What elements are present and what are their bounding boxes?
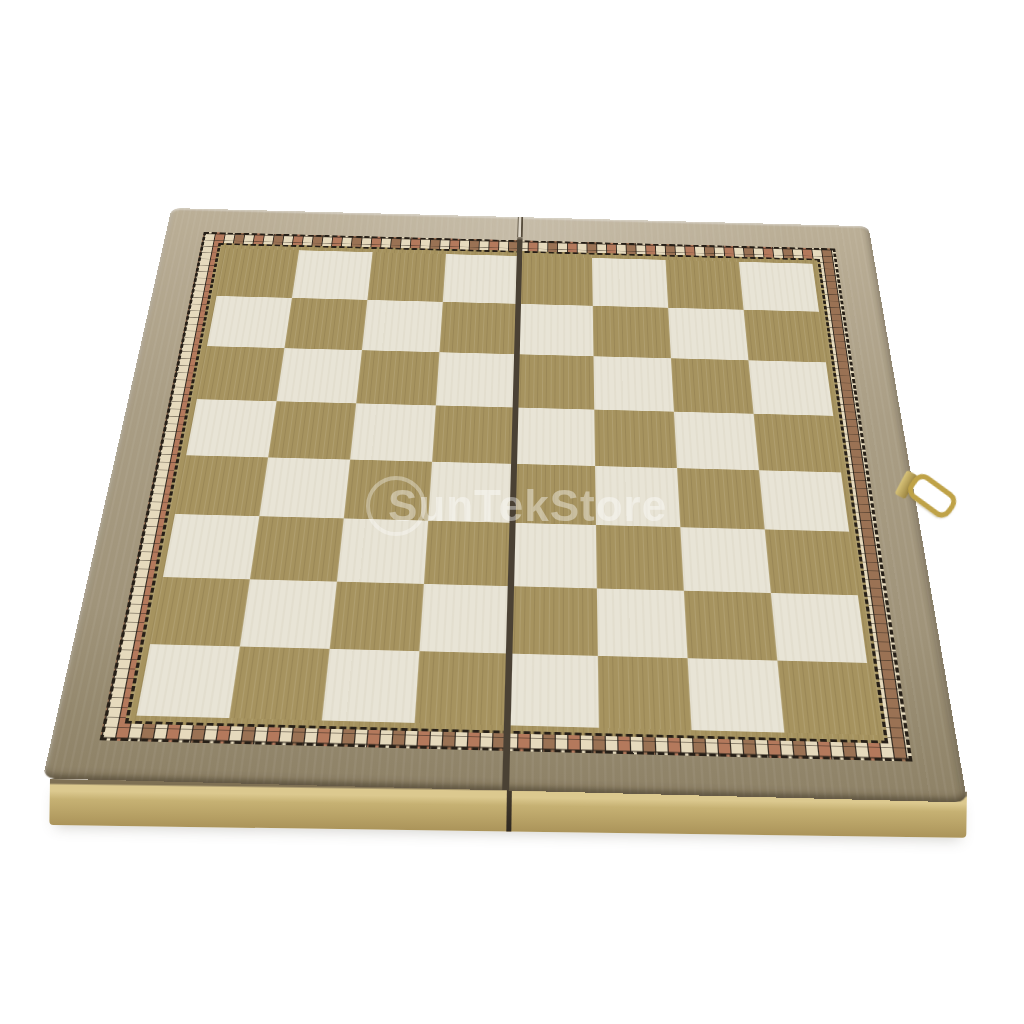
board-square — [322, 649, 419, 723]
board-square — [250, 516, 344, 581]
board-square — [593, 306, 671, 358]
board-square — [229, 647, 329, 721]
board-square — [677, 468, 765, 530]
board-square — [414, 651, 508, 725]
board-square — [175, 455, 268, 517]
board-square — [515, 354, 595, 409]
board-square — [596, 525, 684, 591]
board-square — [668, 308, 748, 360]
board-square — [516, 304, 593, 356]
board-square — [681, 528, 771, 594]
board-square — [595, 466, 680, 528]
board-square — [512, 464, 596, 526]
board-square — [343, 459, 431, 521]
board-square — [197, 346, 284, 401]
board-square — [509, 586, 599, 656]
board-square — [163, 514, 259, 579]
board-square — [356, 350, 439, 405]
board-square — [329, 582, 423, 651]
board-square — [671, 358, 754, 413]
board-square — [666, 260, 744, 310]
board-square — [739, 262, 819, 312]
board-square — [514, 407, 596, 465]
board-square — [240, 580, 337, 649]
board-square — [136, 644, 239, 718]
board-square — [754, 414, 841, 473]
board-square — [771, 593, 867, 663]
board-square — [674, 411, 759, 470]
board-square — [423, 521, 512, 586]
board-square — [777, 661, 876, 735]
board-square — [436, 352, 517, 407]
board-square — [595, 409, 678, 467]
board-square — [432, 405, 515, 463]
board-square — [744, 310, 826, 363]
board-square — [350, 403, 436, 461]
board-square — [428, 461, 514, 523]
board-square — [439, 302, 518, 354]
board-square — [362, 300, 443, 352]
board-square — [292, 250, 372, 300]
board-square — [597, 589, 688, 659]
board-square — [186, 399, 276, 457]
board-square — [268, 401, 356, 459]
chess-board — [43, 208, 968, 803]
board-square — [592, 258, 668, 308]
product-photo: SunTekStore — [0, 0, 1024, 1024]
board-square — [442, 254, 519, 304]
board-square — [598, 656, 692, 730]
board-tilt-wrapper — [0, 0, 1024, 1024]
board-square — [507, 654, 600, 728]
board-square — [367, 252, 446, 302]
board-square — [765, 530, 858, 596]
board-square — [259, 457, 350, 519]
board-square — [284, 298, 367, 350]
board-square — [684, 591, 777, 661]
board-square — [749, 360, 834, 415]
board-square — [276, 348, 361, 403]
board-square — [419, 584, 510, 654]
board-square — [594, 356, 674, 411]
board-square — [337, 519, 428, 584]
board-square — [510, 523, 597, 589]
board-square — [150, 577, 250, 646]
board-square — [688, 658, 785, 732]
board-square — [217, 248, 299, 297]
board-square — [518, 256, 593, 306]
board-square — [207, 296, 292, 348]
board-square — [759, 470, 849, 532]
